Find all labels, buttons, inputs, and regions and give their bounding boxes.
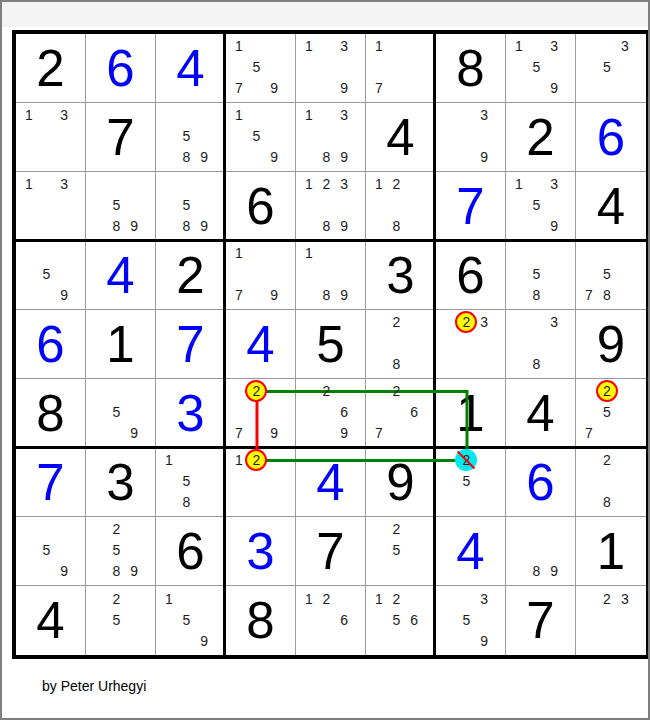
given-digit: 7 bbox=[296, 517, 365, 585]
candidate-5: 5 bbox=[43, 542, 51, 558]
candidate-9: 9 bbox=[130, 563, 138, 579]
cell-r1c7[interactable]: 8 bbox=[436, 34, 506, 103]
candidate-3: 3 bbox=[480, 314, 488, 330]
cell-r5c8[interactable]: 38 bbox=[506, 310, 576, 379]
candidate-2: 2 bbox=[253, 452, 261, 468]
candidate-grid: 39 bbox=[440, 105, 493, 167]
cell-r8c8[interactable]: 89 bbox=[506, 517, 576, 586]
candidate-2: 2 bbox=[393, 176, 401, 192]
candidate-1: 1 bbox=[305, 38, 313, 54]
cell-r1c4[interactable]: 1579 bbox=[226, 34, 296, 103]
candidate-8: 8 bbox=[533, 356, 541, 372]
candidate-5: 5 bbox=[113, 612, 121, 628]
candidate-8: 8 bbox=[393, 356, 401, 372]
cell-r4c9[interactable]: 578 bbox=[576, 241, 646, 310]
candidate-9: 9 bbox=[480, 149, 488, 165]
candidate-grid: 139 bbox=[300, 36, 353, 98]
cell-r2c6[interactable]: 4 bbox=[366, 103, 436, 172]
cell-r5c6[interactable]: 28 bbox=[366, 310, 436, 379]
candidate-5: 5 bbox=[603, 404, 611, 420]
candidate-grid: 58 bbox=[510, 243, 563, 305]
cell-r8c7[interactable]: 4 bbox=[436, 517, 506, 586]
cell-r2c5[interactable]: 1389 bbox=[296, 103, 366, 172]
candidate-grid: 25 bbox=[440, 450, 493, 512]
candidate-grid: 35 bbox=[580, 36, 634, 98]
candidate-8: 8 bbox=[113, 563, 121, 579]
solved-digit: 4 bbox=[156, 34, 225, 102]
cell-r6c9[interactable]: 257 bbox=[576, 379, 646, 448]
solved-digit: 6 bbox=[506, 448, 575, 516]
candidate-9: 9 bbox=[130, 425, 138, 441]
candidate-5: 5 bbox=[533, 197, 541, 213]
candidate-9: 9 bbox=[340, 80, 348, 96]
candidate-9: 9 bbox=[550, 80, 558, 96]
candidate-8: 8 bbox=[323, 218, 331, 234]
cell-r6c7[interactable]: 1 bbox=[436, 379, 506, 448]
cell-r4c6[interactable]: 3 bbox=[366, 241, 436, 310]
given-digit: 1 bbox=[576, 517, 646, 585]
cell-r6c2[interactable]: 59 bbox=[86, 379, 156, 448]
candidate-8: 8 bbox=[183, 218, 191, 234]
cell-r9c4[interactable]: 8 bbox=[226, 586, 296, 655]
candidate-7: 7 bbox=[375, 80, 383, 96]
cell-r6c3[interactable]: 3 bbox=[156, 379, 226, 448]
candidate-grid: 23 bbox=[580, 588, 634, 651]
candidate-2: 2 bbox=[393, 521, 401, 537]
given-digit: 1 bbox=[436, 379, 505, 447]
given-digit: 5 bbox=[296, 310, 365, 378]
candidate-8: 8 bbox=[533, 287, 541, 303]
cell-r9c3[interactable]: 159 bbox=[156, 586, 226, 655]
candidate-2: 2 bbox=[113, 591, 121, 607]
candidate-1: 1 bbox=[25, 176, 33, 192]
cell-r5c5[interactable]: 5 bbox=[296, 310, 366, 379]
candidate-8: 8 bbox=[323, 287, 331, 303]
candidate-9: 9 bbox=[130, 218, 138, 234]
candidate-6: 6 bbox=[410, 612, 418, 628]
candidate-7: 7 bbox=[235, 80, 243, 96]
cell-r3c3[interactable]: 589 bbox=[156, 172, 226, 241]
candidate-grid: 589 bbox=[160, 174, 213, 236]
candidate-3: 3 bbox=[480, 107, 488, 123]
candidate-1: 1 bbox=[235, 107, 243, 123]
cell-r5c4[interactable]: 4 bbox=[226, 310, 296, 379]
candidate-9: 9 bbox=[270, 149, 278, 165]
cell-r2c1[interactable]: 13 bbox=[16, 103, 86, 172]
candidate-grid: 1359 bbox=[510, 36, 563, 98]
candidate-grid: 128 bbox=[370, 174, 423, 236]
cell-r1c2[interactable]: 6 bbox=[86, 34, 156, 103]
cell-r9c2[interactable]: 25 bbox=[86, 586, 156, 655]
candidate-3: 3 bbox=[60, 107, 68, 123]
candidate-grid: 589 bbox=[90, 174, 143, 236]
candidate-9: 9 bbox=[340, 287, 348, 303]
solved-digit: 6 bbox=[576, 103, 646, 171]
cell-r7c6[interactable]: 9 bbox=[366, 448, 436, 517]
candidate-5: 5 bbox=[183, 128, 191, 144]
candidate-8: 8 bbox=[393, 218, 401, 234]
candidate-1: 1 bbox=[375, 38, 383, 54]
cell-r9c1[interactable]: 4 bbox=[16, 586, 86, 655]
candidate-5: 5 bbox=[463, 612, 471, 628]
candidate-7: 7 bbox=[585, 287, 593, 303]
candidate-5: 5 bbox=[253, 59, 261, 75]
cell-r1c1[interactable]: 2 bbox=[16, 34, 86, 103]
candidate-9: 9 bbox=[340, 218, 348, 234]
candidate-3: 3 bbox=[60, 176, 68, 192]
given-digit: 2 bbox=[506, 103, 575, 171]
candidate-2: 2 bbox=[323, 176, 331, 192]
given-digit: 6 bbox=[436, 241, 505, 309]
candidate-8: 8 bbox=[533, 563, 541, 579]
candidate-6: 6 bbox=[340, 612, 348, 628]
cell-r4c2[interactable]: 4 bbox=[86, 241, 156, 310]
cell-r7c1[interactable]: 7 bbox=[16, 448, 86, 517]
cell-r7c3[interactable]: 158 bbox=[156, 448, 226, 517]
candidate-3: 3 bbox=[340, 107, 348, 123]
candidate-5: 5 bbox=[603, 59, 611, 75]
cell-r6c1[interactable]: 8 bbox=[16, 379, 86, 448]
solved-digit: 7 bbox=[16, 448, 85, 516]
candidate-9: 9 bbox=[200, 218, 208, 234]
candidate-2: 2 bbox=[253, 383, 261, 399]
solved-digit: 4 bbox=[86, 241, 155, 309]
candidate-grid: 25 bbox=[370, 519, 423, 581]
candidate-grid: 1359 bbox=[510, 174, 563, 236]
candidate-grid: 23 bbox=[440, 312, 493, 374]
cell-r5c2[interactable]: 1 bbox=[86, 310, 156, 379]
candidate-8: 8 bbox=[603, 494, 611, 510]
cell-r1c5[interactable]: 139 bbox=[296, 34, 366, 103]
given-digit: 4 bbox=[576, 172, 646, 240]
candidate-3: 3 bbox=[621, 38, 629, 54]
candidate-9: 9 bbox=[60, 287, 68, 303]
cell-r5c3[interactable]: 7 bbox=[156, 310, 226, 379]
solved-digit: 7 bbox=[436, 172, 505, 240]
cell-r7c8[interactable]: 6 bbox=[506, 448, 576, 517]
given-digit: 7 bbox=[506, 586, 575, 655]
cell-r3c8[interactable]: 1359 bbox=[506, 172, 576, 241]
cell-r7c4[interactable]: 12 bbox=[226, 448, 296, 517]
candidate-5: 5 bbox=[183, 197, 191, 213]
candidate-3: 3 bbox=[550, 314, 558, 330]
cell-r3c7[interactable]: 7 bbox=[436, 172, 506, 241]
cell-r3c5[interactable]: 12389 bbox=[296, 172, 366, 241]
candidate-5: 5 bbox=[533, 59, 541, 75]
cell-r9c7[interactable]: 359 bbox=[436, 586, 506, 655]
cell-r3c2[interactable]: 589 bbox=[86, 172, 156, 241]
candidate-6: 6 bbox=[410, 404, 418, 420]
candidate-9: 9 bbox=[60, 563, 68, 579]
candidate-3: 3 bbox=[340, 38, 348, 54]
candidate-grid: 12389 bbox=[300, 174, 353, 236]
candidate-8: 8 bbox=[113, 218, 121, 234]
candidate-9: 9 bbox=[270, 425, 278, 441]
board-cells: 2641579139178135935137589159138943926135… bbox=[16, 34, 646, 655]
given-digit: 7 bbox=[86, 103, 155, 171]
given-digit: 1 bbox=[86, 310, 155, 378]
cell-r6c4[interactable]: 279 bbox=[226, 379, 296, 448]
cell-r1c3[interactable]: 4 bbox=[156, 34, 226, 103]
candidate-grid: 17 bbox=[370, 36, 423, 98]
candidate-1: 1 bbox=[235, 38, 243, 54]
candidate-grid: 589 bbox=[160, 105, 213, 167]
candidate-grid: 59 bbox=[90, 381, 143, 443]
given-digit: 8 bbox=[16, 379, 85, 447]
cell-r3c9[interactable]: 4 bbox=[576, 172, 646, 241]
candidate-2: 2 bbox=[323, 591, 331, 607]
candidate-2: 2 bbox=[603, 452, 611, 468]
cell-r9c9[interactable]: 23 bbox=[576, 586, 646, 655]
cell-r5c1[interactable]: 6 bbox=[16, 310, 86, 379]
cell-r6c8[interactable]: 4 bbox=[506, 379, 576, 448]
candidate-7: 7 bbox=[375, 425, 383, 441]
candidate-2: 2 bbox=[463, 314, 471, 330]
candidate-7: 7 bbox=[235, 425, 243, 441]
cell-r7c2[interactable]: 3 bbox=[86, 448, 156, 517]
given-digit: 8 bbox=[226, 586, 295, 655]
candidate-1: 1 bbox=[305, 107, 313, 123]
candidate-5: 5 bbox=[393, 612, 401, 628]
candidate-grid: 1389 bbox=[300, 105, 353, 167]
cell-r2c8[interactable]: 2 bbox=[506, 103, 576, 172]
cell-r4c8[interactable]: 58 bbox=[506, 241, 576, 310]
candidate-8: 8 bbox=[183, 149, 191, 165]
cell-r2c4[interactable]: 159 bbox=[226, 103, 296, 172]
cell-r8c5[interactable]: 7 bbox=[296, 517, 366, 586]
candidate-grid: 59 bbox=[20, 243, 73, 305]
candidate-grid: 257 bbox=[580, 381, 634, 443]
given-digit: 9 bbox=[366, 448, 435, 516]
given-digit: 2 bbox=[156, 241, 225, 309]
given-digit: 3 bbox=[86, 448, 155, 516]
cell-r9c8[interactable]: 7 bbox=[506, 586, 576, 655]
candidate-grid: 159 bbox=[160, 588, 213, 651]
given-digit: 6 bbox=[226, 172, 295, 240]
given-digit: 2 bbox=[16, 34, 85, 102]
candidate-grid: 28 bbox=[580, 450, 634, 512]
cell-r2c9[interactable]: 6 bbox=[576, 103, 646, 172]
candidate-grid: 1579 bbox=[230, 36, 283, 98]
candidate-1: 1 bbox=[235, 245, 243, 261]
candidate-9: 9 bbox=[270, 80, 278, 96]
candidate-1: 1 bbox=[375, 176, 383, 192]
candidate-2: 2 bbox=[323, 383, 331, 399]
candidate-2: 2 bbox=[393, 314, 401, 330]
candidate-9: 9 bbox=[340, 149, 348, 165]
candidate-grid: 38 bbox=[510, 312, 563, 374]
candidate-9: 9 bbox=[550, 563, 558, 579]
candidate-1: 1 bbox=[305, 591, 313, 607]
cell-r8c2[interactable]: 2589 bbox=[86, 517, 156, 586]
candidate-1: 1 bbox=[165, 452, 173, 468]
candidate-grid: 28 bbox=[370, 312, 423, 374]
candidate-1: 1 bbox=[305, 176, 313, 192]
cell-r4c7[interactable]: 6 bbox=[436, 241, 506, 310]
author-caption: by Peter Urhegyi bbox=[42, 678, 146, 694]
given-digit: 8 bbox=[436, 34, 505, 102]
solved-digit: 7 bbox=[156, 310, 225, 378]
candidate-5: 5 bbox=[113, 404, 121, 420]
candidate-9: 9 bbox=[550, 218, 558, 234]
candidate-grid: 59 bbox=[20, 519, 73, 581]
candidate-1: 1 bbox=[305, 245, 313, 261]
candidate-grid: 2589 bbox=[90, 519, 143, 581]
candidate-9: 9 bbox=[200, 633, 208, 649]
title-bar bbox=[2, 2, 648, 27]
cell-r3c1[interactable]: 13 bbox=[16, 172, 86, 241]
solved-digit: 4 bbox=[296, 448, 365, 516]
cell-r9c6[interactable]: 1256 bbox=[366, 586, 436, 655]
candidate-5: 5 bbox=[393, 542, 401, 558]
sudoku-board: 2641579139178135935137589159138943926135… bbox=[12, 30, 650, 659]
solved-digit: 3 bbox=[156, 379, 225, 447]
candidate-grid: 13 bbox=[20, 105, 73, 167]
candidate-1: 1 bbox=[515, 38, 523, 54]
solved-digit: 4 bbox=[226, 310, 295, 378]
candidate-2: 2 bbox=[393, 383, 401, 399]
cell-r8c6[interactable]: 25 bbox=[366, 517, 436, 586]
given-digit: 4 bbox=[506, 379, 575, 447]
candidate-6: 6 bbox=[340, 404, 348, 420]
cell-r7c5[interactable]: 4 bbox=[296, 448, 366, 517]
candidate-5: 5 bbox=[463, 473, 471, 489]
cell-r4c1[interactable]: 59 bbox=[16, 241, 86, 310]
candidate-9: 9 bbox=[200, 149, 208, 165]
candidate-1: 1 bbox=[235, 452, 243, 468]
candidate-2: 2 bbox=[603, 383, 611, 399]
candidate-5: 5 bbox=[113, 542, 121, 558]
solved-digit: 3 bbox=[226, 517, 295, 585]
given-digit: 3 bbox=[366, 241, 435, 309]
candidate-grid: 159 bbox=[230, 105, 283, 167]
candidate-grid: 126 bbox=[300, 588, 353, 651]
candidate-8: 8 bbox=[183, 494, 191, 510]
cell-r1c6[interactable]: 17 bbox=[366, 34, 436, 103]
cell-r6c5[interactable]: 269 bbox=[296, 379, 366, 448]
candidate-grid: 578 bbox=[580, 243, 634, 305]
candidate-3: 3 bbox=[550, 38, 558, 54]
cell-r7c9[interactable]: 28 bbox=[576, 448, 646, 517]
cell-r1c8[interactable]: 1359 bbox=[506, 34, 576, 103]
candidate-grid: 189 bbox=[300, 243, 353, 305]
candidate-9: 9 bbox=[480, 633, 488, 649]
candidate-5: 5 bbox=[603, 266, 611, 282]
cell-r4c4[interactable]: 179 bbox=[226, 241, 296, 310]
cell-r7c7[interactable]: 25 bbox=[436, 448, 506, 517]
cell-r8c9[interactable]: 1 bbox=[576, 517, 646, 586]
solved-digit: 6 bbox=[16, 310, 85, 378]
cell-r2c3[interactable]: 589 bbox=[156, 103, 226, 172]
candidate-5: 5 bbox=[183, 473, 191, 489]
candidate-1: 1 bbox=[515, 176, 523, 192]
candidate-2: 2 bbox=[113, 521, 121, 537]
solved-digit: 4 bbox=[436, 517, 505, 585]
candidate-1: 1 bbox=[25, 107, 33, 123]
cell-r3c4[interactable]: 6 bbox=[226, 172, 296, 241]
candidate-grid: 13 bbox=[20, 174, 73, 236]
candidate-grid: 279 bbox=[230, 381, 283, 443]
candidate-1: 1 bbox=[375, 591, 383, 607]
cell-r1c9[interactable]: 35 bbox=[576, 34, 646, 103]
given-digit: 4 bbox=[16, 586, 85, 655]
candidate-2: 2 bbox=[393, 591, 401, 607]
candidate-3: 3 bbox=[480, 591, 488, 607]
candidate-grid: 25 bbox=[90, 588, 143, 651]
candidate-7: 7 bbox=[235, 287, 243, 303]
candidate-grid: 179 bbox=[230, 243, 283, 305]
candidate-3: 3 bbox=[550, 176, 558, 192]
cell-r2c2[interactable]: 7 bbox=[86, 103, 156, 172]
cell-r3c6[interactable]: 128 bbox=[366, 172, 436, 241]
candidate-5: 5 bbox=[183, 612, 191, 628]
cell-r8c3[interactable]: 6 bbox=[156, 517, 226, 586]
candidate-9: 9 bbox=[340, 425, 348, 441]
given-digit: 9 bbox=[576, 310, 646, 378]
given-digit: 4 bbox=[366, 103, 435, 171]
candidate-grid: 1256 bbox=[370, 588, 423, 651]
cell-r8c1[interactable]: 59 bbox=[16, 517, 86, 586]
candidate-grid: 269 bbox=[300, 381, 353, 443]
cell-r5c9[interactable]: 9 bbox=[576, 310, 646, 379]
candidate-1: 1 bbox=[165, 591, 173, 607]
candidate-2: 2 bbox=[603, 591, 611, 607]
candidate-3: 3 bbox=[340, 176, 348, 192]
candidate-5: 5 bbox=[253, 128, 261, 144]
candidate-5: 5 bbox=[43, 266, 51, 282]
cell-r4c5[interactable]: 189 bbox=[296, 241, 366, 310]
cell-r4c3[interactable]: 2 bbox=[156, 241, 226, 310]
candidate-8: 8 bbox=[323, 149, 331, 165]
candidate-7: 7 bbox=[585, 425, 593, 441]
candidate-8: 8 bbox=[603, 287, 611, 303]
cell-r8c4[interactable]: 3 bbox=[226, 517, 296, 586]
candidate-5: 5 bbox=[533, 266, 541, 282]
cell-r6c6[interactable]: 267 bbox=[366, 379, 436, 448]
app-window: 2641579139178135935137589159138943926135… bbox=[0, 0, 650, 720]
given-digit: 6 bbox=[156, 517, 225, 585]
candidate-grid: 89 bbox=[510, 519, 563, 581]
candidate-grid: 267 bbox=[370, 381, 423, 443]
cell-r2c7[interactable]: 39 bbox=[436, 103, 506, 172]
candidate-grid: 158 bbox=[160, 450, 213, 512]
candidate-5: 5 bbox=[113, 197, 121, 213]
candidate-9: 9 bbox=[270, 287, 278, 303]
candidate-grid: 12 bbox=[230, 450, 283, 512]
cell-r5c7[interactable]: 23 bbox=[436, 310, 506, 379]
candidate-3: 3 bbox=[621, 591, 629, 607]
solved-digit: 6 bbox=[86, 34, 155, 102]
cell-r9c5[interactable]: 126 bbox=[296, 586, 366, 655]
candidate-grid: 359 bbox=[440, 588, 493, 651]
